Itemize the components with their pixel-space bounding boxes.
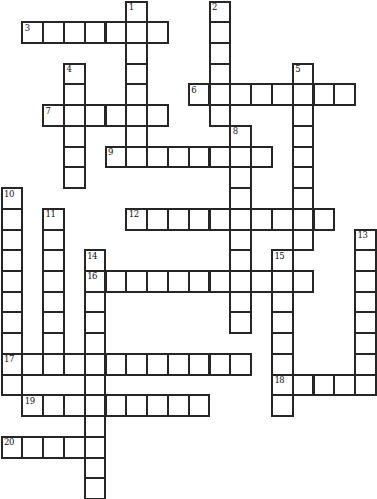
cell-r13c10[interactable] — [209, 270, 232, 293]
clue-number-9: 9 — [108, 148, 113, 157]
cell-r13c8[interactable] — [167, 270, 190, 293]
cell-r17c3[interactable] — [63, 353, 86, 376]
clue-number-4: 4 — [66, 65, 71, 74]
cell-r10c14[interactable] — [292, 208, 315, 231]
cell-r19c8[interactable] — [167, 394, 190, 417]
clue-number-10: 10 — [4, 190, 14, 199]
cell-r11c14[interactable] — [292, 229, 315, 252]
cell-r13c4[interactable]: 16 — [84, 270, 107, 293]
cell-r12c13[interactable]: 15 — [271, 249, 294, 272]
cell-r17c8[interactable] — [167, 353, 190, 376]
cell-r15c17[interactable] — [354, 311, 377, 334]
cell-r9c14[interactable] — [292, 187, 315, 210]
cell-r1c6[interactable] — [125, 21, 148, 44]
cell-r4c15[interactable] — [313, 83, 336, 106]
cell-r13c12[interactable] — [250, 270, 273, 293]
cell-r18c4[interactable] — [84, 374, 107, 397]
cell-r11c17[interactable]: 13 — [354, 229, 377, 252]
cell-r1c5[interactable] — [105, 21, 128, 44]
cell-r11c11[interactable] — [229, 229, 252, 252]
cell-r17c9[interactable] — [188, 353, 211, 376]
cell-r14c11[interactable] — [229, 291, 252, 314]
cell-r12c2[interactable] — [42, 249, 65, 272]
cell-r14c0[interactable] — [1, 291, 24, 314]
cell-r4c12[interactable] — [250, 83, 273, 106]
cell-r13c9[interactable] — [188, 270, 211, 293]
cell-r19c7[interactable] — [146, 394, 169, 417]
cell-r9c11[interactable] — [229, 187, 252, 210]
cell-r22c4[interactable] — [84, 457, 107, 480]
cell-r13c6[interactable] — [125, 270, 148, 293]
cell-r19c13[interactable] — [271, 394, 294, 417]
cell-r18c16[interactable] — [333, 374, 356, 397]
cell-r17c1[interactable] — [21, 353, 44, 376]
cell-r1c7[interactable] — [146, 21, 169, 44]
cell-r18c13[interactable]: 18 — [271, 374, 294, 397]
clue-number-12: 12 — [129, 210, 139, 219]
cell-r16c13[interactable] — [271, 332, 294, 355]
cell-r16c17[interactable] — [354, 332, 377, 355]
cell-r10c2[interactable]: 11 — [42, 208, 65, 231]
clue-number-3: 3 — [25, 24, 30, 33]
cell-r6c11[interactable]: 8 — [229, 125, 252, 148]
cell-r15c11[interactable] — [229, 311, 252, 334]
cell-r16c4[interactable] — [84, 332, 107, 355]
cell-r15c4[interactable] — [84, 311, 107, 334]
cell-r4c3[interactable] — [63, 83, 86, 106]
cell-r12c0[interactable] — [1, 249, 24, 272]
cell-r13c14[interactable] — [292, 270, 315, 293]
cell-r4c14[interactable] — [292, 83, 315, 106]
cell-r4c13[interactable] — [271, 83, 294, 106]
cell-r5c14[interactable] — [292, 104, 315, 127]
cell-r3c10[interactable] — [209, 63, 232, 86]
cell-r17c10[interactable] — [209, 353, 232, 376]
cell-r15c13[interactable] — [271, 311, 294, 334]
cell-r5c4[interactable] — [84, 104, 107, 127]
cell-r2c6[interactable] — [125, 42, 148, 65]
cell-r16c0[interactable] — [1, 332, 24, 355]
cell-r5c2[interactable]: 7 — [42, 104, 65, 127]
cell-r19c1[interactable]: 19 — [21, 394, 44, 417]
cell-r4c16[interactable] — [333, 83, 356, 106]
cell-r13c17[interactable] — [354, 270, 377, 293]
cell-r3c6[interactable] — [125, 63, 148, 86]
cell-r7c3[interactable] — [63, 146, 86, 169]
clue-number-11: 11 — [46, 210, 56, 219]
clue-number-17: 17 — [4, 355, 14, 364]
cell-r10c9[interactable] — [188, 208, 211, 231]
cell-r21c0[interactable]: 20 — [1, 436, 24, 459]
cell-r13c7[interactable] — [146, 270, 169, 293]
cell-r14c2[interactable] — [42, 291, 65, 314]
cell-r4c6[interactable] — [125, 83, 148, 106]
cell-r15c2[interactable] — [42, 311, 65, 334]
cell-r3c3[interactable]: 4 — [63, 63, 86, 86]
cell-r7c12[interactable] — [250, 146, 273, 169]
clue-number-13: 13 — [358, 231, 368, 240]
cell-r10c7[interactable] — [146, 208, 169, 231]
cell-r18c14[interactable] — [292, 374, 315, 397]
cell-r17c2[interactable] — [42, 353, 65, 376]
cell-r19c9[interactable] — [188, 394, 211, 417]
cell-r17c5[interactable] — [105, 353, 128, 376]
cell-r5c5[interactable] — [105, 104, 128, 127]
cell-r8c3[interactable] — [63, 166, 86, 189]
cell-r10c0[interactable] — [1, 208, 24, 231]
cell-r19c5[interactable] — [105, 394, 128, 417]
cell-r14c17[interactable] — [354, 291, 377, 314]
cell-r17c11[interactable] — [229, 353, 252, 376]
cell-r17c0[interactable]: 17 — [1, 353, 24, 376]
cell-r7c5[interactable]: 9 — [105, 146, 128, 169]
cell-r5c3[interactable] — [63, 104, 86, 127]
cell-r3c14[interactable]: 5 — [292, 63, 315, 86]
clue-number-7: 7 — [46, 107, 51, 116]
cell-r4c9[interactable]: 6 — [188, 83, 211, 106]
cell-r6c6[interactable] — [125, 125, 148, 148]
cell-r21c2[interactable] — [42, 436, 65, 459]
cell-r8c14[interactable] — [292, 166, 315, 189]
cell-r10c6[interactable]: 12 — [125, 208, 148, 231]
cell-r12c4[interactable]: 14 — [84, 249, 107, 272]
cell-r19c6[interactable] — [125, 394, 148, 417]
cell-r1c1[interactable]: 3 — [21, 21, 44, 44]
cell-r17c13[interactable] — [271, 353, 294, 376]
cell-r0c6[interactable]: 1 — [125, 1, 148, 24]
clue-number-20: 20 — [4, 438, 14, 447]
cell-r19c4[interactable] — [84, 394, 107, 417]
cell-r21c4[interactable] — [84, 436, 107, 459]
cell-r6c14[interactable] — [292, 125, 315, 148]
cell-r13c2[interactable] — [42, 270, 65, 293]
cell-r2c10[interactable] — [209, 42, 232, 65]
cell-r19c2[interactable] — [42, 394, 65, 417]
cell-r17c6[interactable] — [125, 353, 148, 376]
clue-number-15: 15 — [274, 252, 284, 261]
cell-r17c7[interactable] — [146, 353, 169, 376]
cell-r1c4[interactable] — [84, 21, 107, 44]
cell-r12c17[interactable] — [354, 249, 377, 272]
cell-r5c7[interactable] — [146, 104, 169, 127]
clue-number-18: 18 — [274, 376, 284, 385]
cell-r10c13[interactable] — [271, 208, 294, 231]
cell-r17c17[interactable] — [354, 353, 377, 376]
cell-r21c3[interactable] — [63, 436, 86, 459]
cell-r16c2[interactable] — [42, 332, 65, 355]
cell-r10c8[interactable] — [167, 208, 190, 231]
cell-r1c2[interactable] — [42, 21, 65, 44]
clue-number-5: 5 — [295, 65, 300, 74]
cell-r13c5[interactable] — [105, 270, 128, 293]
cell-r7c10[interactable] — [209, 146, 232, 169]
cell-r5c10[interactable] — [209, 104, 232, 127]
cell-r4c11[interactable] — [229, 83, 252, 106]
cell-r13c11[interactable] — [229, 270, 252, 293]
cell-r7c9[interactable] — [188, 146, 211, 169]
cell-r8c11[interactable] — [229, 166, 252, 189]
cell-r7c6[interactable] — [125, 146, 148, 169]
cell-r6c3[interactable] — [63, 125, 86, 148]
cell-r1c3[interactable] — [63, 21, 86, 44]
cell-r7c14[interactable] — [292, 146, 315, 169]
cell-r13c13[interactable] — [271, 270, 294, 293]
cell-r14c4[interactable] — [84, 291, 107, 314]
cell-r10c15[interactable] — [313, 208, 336, 231]
cell-r18c15[interactable] — [313, 374, 336, 397]
cell-r0c10[interactable]: 2 — [209, 1, 232, 24]
cell-r19c3[interactable] — [63, 394, 86, 417]
cell-r9c0[interactable]: 10 — [1, 187, 24, 210]
cell-r10c11[interactable] — [229, 208, 252, 231]
cell-r7c8[interactable] — [167, 146, 190, 169]
cell-r14c13[interactable] — [271, 291, 294, 314]
cell-r17c4[interactable] — [84, 353, 107, 376]
cell-r20c4[interactable] — [84, 415, 107, 438]
clue-number-1: 1 — [129, 3, 134, 12]
crossword-board: 1234567891011121314151617181920 — [0, 0, 377, 499]
cell-r10c12[interactable] — [250, 208, 273, 231]
cell-r13c0[interactable] — [1, 270, 24, 293]
clue-number-6: 6 — [191, 86, 196, 95]
cell-r23c4[interactable] — [84, 477, 107, 499]
cell-r18c0[interactable] — [1, 374, 24, 397]
clue-number-2: 2 — [212, 3, 217, 12]
cell-r11c0[interactable] — [1, 229, 24, 252]
cell-r4c10[interactable] — [209, 83, 232, 106]
clue-number-19: 19 — [25, 397, 35, 406]
cell-r12c11[interactable] — [229, 249, 252, 272]
cell-r10c10[interactable] — [209, 208, 232, 231]
cell-r18c17[interactable] — [354, 374, 377, 397]
clue-number-14: 14 — [87, 252, 97, 261]
cell-r1c10[interactable] — [209, 21, 232, 44]
clue-number-8: 8 — [233, 127, 238, 136]
cell-r5c6[interactable] — [125, 104, 148, 127]
cell-r7c7[interactable] — [146, 146, 169, 169]
cell-r21c1[interactable] — [21, 436, 44, 459]
clue-number-16: 16 — [87, 272, 97, 281]
cell-r11c2[interactable] — [42, 229, 65, 252]
cell-r7c11[interactable] — [229, 146, 252, 169]
cell-r15c0[interactable] — [1, 311, 24, 334]
